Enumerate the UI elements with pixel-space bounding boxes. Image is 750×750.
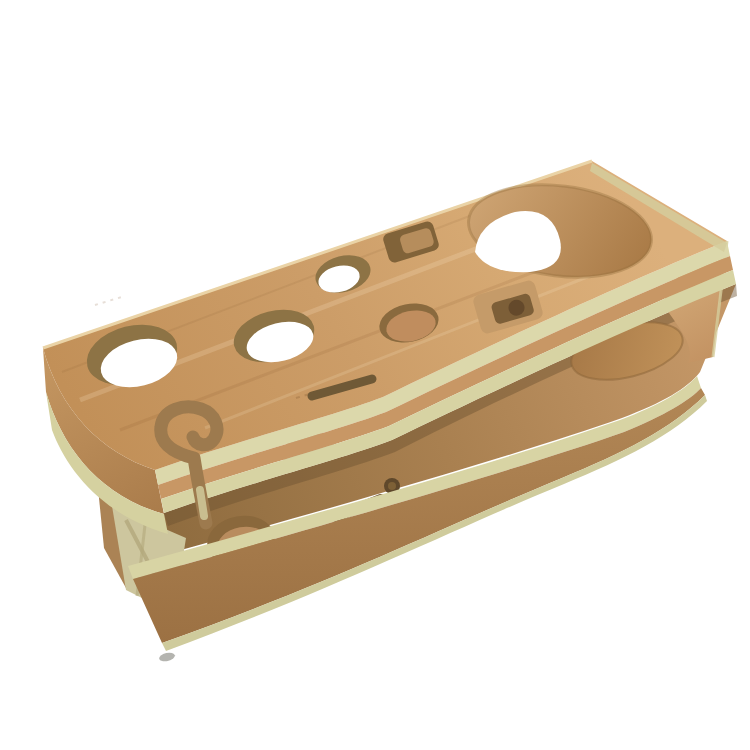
bamboo-organizer-illustration (0, 0, 750, 750)
backdrop-smudge (158, 651, 175, 662)
hook-cutout-pale-exit (200, 490, 204, 516)
product-photo-canvas (0, 0, 750, 750)
tray-slot-end-hole-floor (388, 482, 396, 490)
